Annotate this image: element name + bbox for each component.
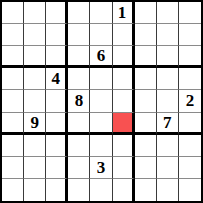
cell-r2c8[interactable]: [157, 24, 179, 46]
cell-r9c1[interactable]: [2, 179, 24, 201]
cell-r4c7[interactable]: [135, 68, 157, 90]
cell-r1c4[interactable]: [68, 2, 90, 24]
cell-r3c4[interactable]: [68, 46, 90, 68]
cell-r4c4[interactable]: [68, 68, 90, 90]
cell-r7c2[interactable]: [24, 135, 46, 157]
cell-r1c3[interactable]: [46, 2, 68, 24]
cell-r3c9[interactable]: [179, 46, 201, 68]
cell-r9c7[interactable]: [135, 179, 157, 201]
cell-r8c1[interactable]: [2, 157, 24, 179]
cell-r3c5[interactable]: 6: [90, 46, 112, 68]
cell-r7c1[interactable]: [2, 135, 24, 157]
cell-r9c4[interactable]: [68, 179, 90, 201]
cell-r8c3[interactable]: [46, 157, 68, 179]
cell-r6c8[interactable]: 7: [157, 113, 179, 135]
cell-r4c1[interactable]: [2, 68, 24, 90]
cell-r5c2[interactable]: [24, 90, 46, 112]
cell-r2c6[interactable]: [113, 24, 135, 46]
cell-r1c1[interactable]: [2, 2, 24, 24]
cell-r9c5[interactable]: [90, 179, 112, 201]
cell-r7c8[interactable]: [157, 135, 179, 157]
cell-r7c4[interactable]: [68, 135, 90, 157]
cell-r2c4[interactable]: [68, 24, 90, 46]
cell-r8c9[interactable]: [179, 157, 201, 179]
cell-r4c3[interactable]: 4: [46, 68, 68, 90]
cell-r5c7[interactable]: [135, 90, 157, 112]
cell-r2c5[interactable]: [90, 24, 112, 46]
sudoku-board: 16482973: [0, 0, 203, 203]
cell-r8c8[interactable]: [157, 157, 179, 179]
cell-r3c8[interactable]: [157, 46, 179, 68]
cell-r8c4[interactable]: [68, 157, 90, 179]
cell-r2c9[interactable]: [179, 24, 201, 46]
cell-r1c9[interactable]: [179, 2, 201, 24]
cell-r7c5[interactable]: [90, 135, 112, 157]
cell-r9c2[interactable]: [24, 179, 46, 201]
cell-r3c7[interactable]: [135, 46, 157, 68]
cell-r4c2[interactable]: [24, 68, 46, 90]
cell-r2c1[interactable]: [2, 24, 24, 46]
cell-r6c3[interactable]: [46, 113, 68, 135]
cell-r1c6[interactable]: 1: [113, 2, 135, 24]
cell-r6c4[interactable]: [68, 113, 90, 135]
cell-r7c3[interactable]: [46, 135, 68, 157]
cell-r2c7[interactable]: [135, 24, 157, 46]
cell-r9c3[interactable]: [46, 179, 68, 201]
cell-r1c5[interactable]: [90, 2, 112, 24]
cell-r9c8[interactable]: [157, 179, 179, 201]
cell-r8c2[interactable]: [24, 157, 46, 179]
cell-r6c9[interactable]: [179, 113, 201, 135]
cell-r8c5[interactable]: 3: [90, 157, 112, 179]
cell-r2c3[interactable]: [46, 24, 68, 46]
cell-r7c6[interactable]: [113, 135, 135, 157]
cell-r1c7[interactable]: [135, 2, 157, 24]
cell-r3c3[interactable]: [46, 46, 68, 68]
cell-r8c6[interactable]: [113, 157, 135, 179]
cell-r5c6[interactable]: [113, 90, 135, 112]
cell-r4c9[interactable]: [179, 68, 201, 90]
cell-r4c6[interactable]: [113, 68, 135, 90]
cell-r5c8[interactable]: [157, 90, 179, 112]
highlighted-cell-r6c6[interactable]: [113, 113, 135, 135]
cell-r6c2[interactable]: 9: [24, 113, 46, 135]
cell-r5c3[interactable]: [46, 90, 68, 112]
cell-r3c2[interactable]: [24, 46, 46, 68]
cell-r9c9[interactable]: [179, 179, 201, 201]
cell-r5c5[interactable]: [90, 90, 112, 112]
cell-r1c8[interactable]: [157, 2, 179, 24]
cell-r4c5[interactable]: [90, 68, 112, 90]
cell-r6c5[interactable]: [90, 113, 112, 135]
cell-r7c7[interactable]: [135, 135, 157, 157]
cell-r5c9[interactable]: 2: [179, 90, 201, 112]
cell-r4c8[interactable]: [157, 68, 179, 90]
cell-r7c9[interactable]: [179, 135, 201, 157]
cell-r3c6[interactable]: [113, 46, 135, 68]
cell-r3c1[interactable]: [2, 46, 24, 68]
cell-r5c4[interactable]: 8: [68, 90, 90, 112]
cell-r6c1[interactable]: [2, 113, 24, 135]
cell-r9c6[interactable]: [113, 179, 135, 201]
cell-r8c7[interactable]: [135, 157, 157, 179]
cell-r1c2[interactable]: [24, 2, 46, 24]
cell-r6c7[interactable]: [135, 113, 157, 135]
cell-r5c1[interactable]: [2, 90, 24, 112]
cell-r2c2[interactable]: [24, 24, 46, 46]
